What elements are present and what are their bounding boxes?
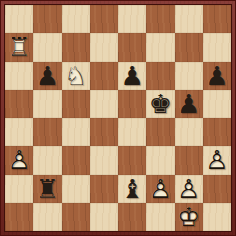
square-a2[interactable]	[5, 175, 33, 203]
square-d1[interactable]	[90, 203, 118, 231]
square-h1[interactable]	[203, 203, 231, 231]
piece-black-bishop-e2[interactable]: ♝	[118, 175, 146, 203]
white-piece-outline: ♔	[175, 203, 203, 231]
square-b3[interactable]	[33, 146, 61, 174]
square-b1[interactable]	[33, 203, 61, 231]
square-h8[interactable]	[203, 5, 231, 33]
piece-black-king-f5[interactable]: ♚	[146, 90, 174, 118]
square-a3[interactable]: ♟♙	[5, 146, 33, 174]
square-h2[interactable]	[203, 175, 231, 203]
square-b8[interactable]	[33, 5, 61, 33]
square-d2[interactable]	[90, 175, 118, 203]
square-e8[interactable]	[118, 5, 146, 33]
board-frame: ♜♖♟♞♘♟♟♚♟♟♙♟♙♜♝♟♙♟♙♚♔	[0, 0, 236, 236]
black-piece-glyph: ♟	[118, 62, 146, 90]
square-h6[interactable]: ♟	[203, 62, 231, 90]
piece-white-knight-c6[interactable]: ♞♘	[62, 62, 90, 90]
square-f2[interactable]: ♟♙	[146, 175, 174, 203]
black-piece-glyph: ♚	[146, 90, 174, 118]
square-d8[interactable]	[90, 5, 118, 33]
square-c2[interactable]	[62, 175, 90, 203]
black-piece-glyph: ♜	[33, 175, 61, 203]
square-f8[interactable]	[146, 5, 174, 33]
square-e4[interactable]	[118, 118, 146, 146]
white-piece-outline: ♙	[5, 146, 33, 174]
square-e6[interactable]: ♟	[118, 62, 146, 90]
piece-black-pawn-g5[interactable]: ♟	[175, 90, 203, 118]
square-h5[interactable]	[203, 90, 231, 118]
square-b4[interactable]	[33, 118, 61, 146]
square-h4[interactable]	[203, 118, 231, 146]
square-g2[interactable]: ♟♙	[175, 175, 203, 203]
chess-board: ♜♖♟♞♘♟♟♚♟♟♙♟♙♜♝♟♙♟♙♚♔	[5, 5, 231, 231]
square-d6[interactable]	[90, 62, 118, 90]
square-b6[interactable]: ♟	[33, 62, 61, 90]
piece-white-king-g1[interactable]: ♚♔	[175, 203, 203, 231]
square-h7[interactable]	[203, 33, 231, 61]
square-a5[interactable]	[5, 90, 33, 118]
square-h3[interactable]: ♟♙	[203, 146, 231, 174]
square-a7[interactable]: ♜♖	[5, 33, 33, 61]
piece-white-pawn-a3[interactable]: ♟♙	[5, 146, 33, 174]
black-piece-glyph: ♟	[175, 90, 203, 118]
square-e1[interactable]	[118, 203, 146, 231]
square-d4[interactable]	[90, 118, 118, 146]
piece-black-pawn-e6[interactable]: ♟	[118, 62, 146, 90]
square-g5[interactable]: ♟	[175, 90, 203, 118]
square-g6[interactable]	[175, 62, 203, 90]
square-c5[interactable]	[62, 90, 90, 118]
piece-black-rook-b2[interactable]: ♜	[33, 175, 61, 203]
square-f5[interactable]: ♚	[146, 90, 174, 118]
square-f7[interactable]	[146, 33, 174, 61]
square-c7[interactable]	[62, 33, 90, 61]
white-piece-outline: ♘	[62, 62, 90, 90]
piece-white-pawn-h3[interactable]: ♟♙	[203, 146, 231, 174]
black-piece-glyph: ♟	[203, 62, 231, 90]
square-g3[interactable]	[175, 146, 203, 174]
square-f6[interactable]	[146, 62, 174, 90]
square-f1[interactable]	[146, 203, 174, 231]
white-piece-outline: ♙	[146, 175, 174, 203]
square-d5[interactable]	[90, 90, 118, 118]
square-c3[interactable]	[62, 146, 90, 174]
piece-black-pawn-h6[interactable]: ♟	[203, 62, 231, 90]
square-g8[interactable]	[175, 5, 203, 33]
square-a4[interactable]	[5, 118, 33, 146]
square-f4[interactable]	[146, 118, 174, 146]
square-e3[interactable]	[118, 146, 146, 174]
white-piece-outline: ♙	[203, 146, 231, 174]
square-g1[interactable]: ♚♔	[175, 203, 203, 231]
white-piece-outline: ♖	[5, 33, 33, 61]
square-d3[interactable]	[90, 146, 118, 174]
square-g7[interactable]	[175, 33, 203, 61]
square-b2[interactable]: ♜	[33, 175, 61, 203]
square-c4[interactable]	[62, 118, 90, 146]
square-c8[interactable]	[62, 5, 90, 33]
square-e2[interactable]: ♝	[118, 175, 146, 203]
square-c1[interactable]	[62, 203, 90, 231]
piece-white-rook-a7[interactable]: ♜♖	[5, 33, 33, 61]
square-e5[interactable]	[118, 90, 146, 118]
square-a6[interactable]	[5, 62, 33, 90]
square-a8[interactable]	[5, 5, 33, 33]
black-piece-glyph: ♝	[118, 175, 146, 203]
square-c6[interactable]: ♞♘	[62, 62, 90, 90]
piece-black-pawn-b6[interactable]: ♟	[33, 62, 61, 90]
square-e7[interactable]	[118, 33, 146, 61]
white-piece-outline: ♙	[175, 175, 203, 203]
black-piece-glyph: ♟	[33, 62, 61, 90]
square-d7[interactable]	[90, 33, 118, 61]
square-a1[interactable]	[5, 203, 33, 231]
square-f3[interactable]	[146, 146, 174, 174]
piece-white-pawn-g2[interactable]: ♟♙	[175, 175, 203, 203]
square-b5[interactable]	[33, 90, 61, 118]
square-b7[interactable]	[33, 33, 61, 61]
piece-white-pawn-f2[interactable]: ♟♙	[146, 175, 174, 203]
square-g4[interactable]	[175, 118, 203, 146]
